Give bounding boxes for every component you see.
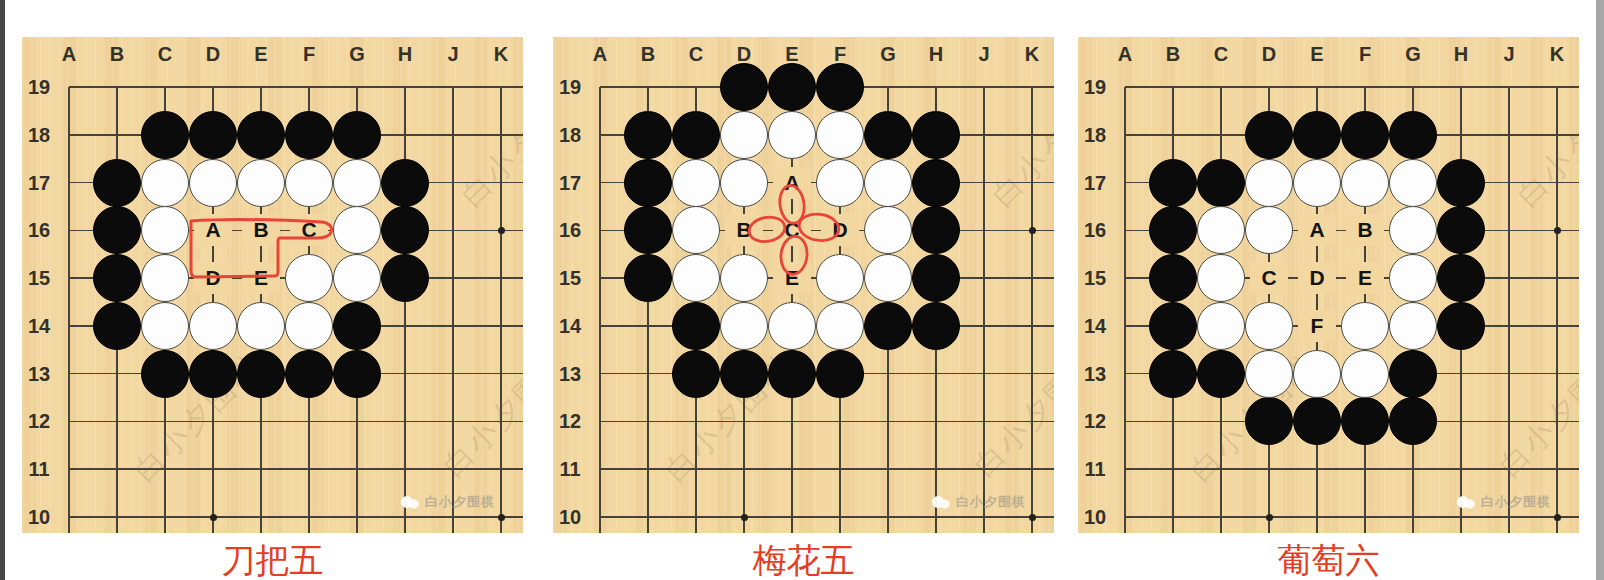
row-label: 16	[1084, 220, 1106, 240]
go-board: ABCDEFGHJK19181716151413121110白小夕围棋白小夕围棋…	[1078, 37, 1579, 533]
row-label: 12	[1084, 411, 1106, 431]
black-stone	[1437, 302, 1485, 350]
white-stone	[816, 159, 864, 207]
white-stone	[237, 159, 285, 207]
star-point	[1554, 227, 1561, 234]
row-label: 17	[559, 173, 581, 193]
brand-logo-text: 白小夕围棋	[1481, 493, 1551, 511]
black-stone	[333, 302, 381, 350]
black-stone	[1389, 111, 1437, 159]
black-stone	[624, 111, 672, 159]
row-label: 17	[28, 173, 50, 193]
row-label: 14	[28, 316, 50, 336]
black-stone	[624, 254, 672, 302]
row-label: 14	[1084, 316, 1106, 336]
black-stone	[285, 350, 333, 398]
white-stone	[189, 159, 237, 207]
column-label: E	[254, 44, 267, 64]
white-stone	[720, 111, 768, 159]
column-label: E	[1310, 44, 1323, 64]
white-stone	[237, 302, 285, 350]
grid-line-vertical	[68, 87, 70, 533]
right-edge-strip	[1596, 0, 1604, 580]
go-board-panel-knife-handle-five: ABCDEFGHJK19181716151413121110白小夕围棋白小夕围棋…	[22, 37, 523, 580]
row-label: 19	[28, 77, 50, 97]
star-point	[1029, 227, 1036, 234]
go-board-panel-plum-blossom-five: ABCDEFGHJK19181716151413121110白小夕围棋白小夕围棋…	[553, 37, 1054, 580]
black-stone	[816, 63, 864, 111]
black-stone	[720, 63, 768, 111]
row-label: 10	[559, 507, 581, 527]
column-label: B	[1166, 44, 1180, 64]
empty-point-label: E	[773, 262, 811, 294]
black-stone	[333, 350, 381, 398]
white-stone	[816, 254, 864, 302]
go-diagrams-row: ABCDEFGHJK19181716151413121110白小夕围棋白小夕围棋…	[0, 0, 1604, 580]
white-stone	[768, 111, 816, 159]
black-stone	[1293, 397, 1341, 445]
column-label: J	[1503, 44, 1514, 64]
white-stone	[1389, 302, 1437, 350]
black-stone	[720, 350, 768, 398]
watermark-text: 白小夕围棋	[965, 340, 1054, 486]
black-stone	[672, 350, 720, 398]
black-stone	[1197, 159, 1245, 207]
black-stone	[1149, 254, 1197, 302]
black-stone	[768, 350, 816, 398]
black-stone	[381, 159, 429, 207]
black-stone	[912, 302, 960, 350]
white-stone	[1245, 159, 1293, 207]
white-stone	[720, 159, 768, 207]
black-stone	[1149, 350, 1197, 398]
row-label: 16	[559, 220, 581, 240]
empty-point-label: A	[194, 214, 232, 246]
white-stone	[864, 254, 912, 302]
row-label: 13	[1084, 364, 1106, 384]
black-stone	[1293, 111, 1341, 159]
column-label: A	[593, 44, 607, 64]
black-stone	[381, 206, 429, 254]
black-stone	[624, 159, 672, 207]
white-stone	[189, 302, 237, 350]
black-stone	[1149, 206, 1197, 254]
column-label: B	[641, 44, 655, 64]
white-stone	[1341, 350, 1389, 398]
white-stone	[1389, 254, 1437, 302]
black-stone	[237, 350, 285, 398]
white-stone	[720, 302, 768, 350]
row-label: 11	[559, 459, 580, 479]
black-stone	[141, 350, 189, 398]
empty-point-label: E	[1346, 262, 1384, 294]
black-stone	[93, 159, 141, 207]
black-stone	[768, 63, 816, 111]
brand-logo-icon	[931, 494, 952, 511]
black-stone	[1245, 397, 1293, 445]
watermark-text: 白小夕围棋	[1490, 340, 1579, 486]
row-label: 15	[28, 268, 50, 288]
black-stone	[864, 111, 912, 159]
black-stone	[1437, 206, 1485, 254]
empty-point-label: B	[242, 214, 280, 246]
black-stone	[141, 111, 189, 159]
black-stone	[912, 159, 960, 207]
go-board: ABCDEFGHJK19181716151413121110白小夕围棋白小夕围棋…	[22, 37, 523, 533]
row-label: 18	[559, 125, 581, 145]
column-label: G	[1405, 44, 1421, 64]
column-label: G	[349, 44, 365, 64]
column-label: J	[447, 44, 458, 64]
white-stone	[672, 254, 720, 302]
white-stone	[816, 302, 864, 350]
star-point	[1029, 514, 1036, 521]
white-stone	[1341, 302, 1389, 350]
column-label: C	[689, 44, 703, 64]
row-label: 15	[559, 268, 581, 288]
grid-line-horizontal	[600, 516, 1054, 518]
white-stone	[285, 254, 333, 302]
row-label: 12	[28, 411, 50, 431]
left-edge-strip	[0, 0, 5, 580]
white-stone	[768, 302, 816, 350]
board-caption: 刀把五	[22, 538, 523, 580]
black-stone	[624, 206, 672, 254]
grid-line-horizontal	[1125, 86, 1579, 88]
watermark-text: 白小夕围棋	[452, 70, 523, 216]
white-stone	[333, 159, 381, 207]
empty-point-label: C	[773, 214, 811, 246]
white-stone	[864, 206, 912, 254]
white-stone	[672, 206, 720, 254]
black-stone	[237, 111, 285, 159]
brand-logo-icon	[1456, 494, 1477, 511]
white-stone	[141, 302, 189, 350]
row-label: 15	[1084, 268, 1106, 288]
column-label: H	[1454, 44, 1468, 64]
empty-point-label: C	[290, 214, 328, 246]
column-label: C	[158, 44, 172, 64]
grid-line-horizontal	[600, 421, 1054, 423]
white-stone	[1245, 206, 1293, 254]
white-stone	[333, 206, 381, 254]
column-label: K	[494, 44, 508, 64]
row-label: 17	[1084, 173, 1106, 193]
white-stone	[672, 159, 720, 207]
white-stone	[333, 254, 381, 302]
column-label: B	[110, 44, 124, 64]
black-stone	[1197, 350, 1245, 398]
column-label: J	[978, 44, 989, 64]
black-stone	[381, 254, 429, 302]
black-stone	[1245, 111, 1293, 159]
column-label: C	[1214, 44, 1228, 64]
row-label: 18	[28, 125, 50, 145]
empty-point-label: C	[1250, 262, 1288, 294]
column-label: H	[398, 44, 412, 64]
white-stone	[864, 159, 912, 207]
row-label: 14	[559, 316, 581, 336]
white-stone	[141, 254, 189, 302]
row-label: 16	[28, 220, 50, 240]
empty-point-label: B	[1346, 214, 1384, 246]
black-stone	[1149, 159, 1197, 207]
black-stone	[1341, 111, 1389, 159]
white-stone	[816, 111, 864, 159]
go-board: ABCDEFGHJK19181716151413121110白小夕围棋白小夕围棋…	[553, 37, 1054, 533]
empty-point-label: D	[1298, 262, 1336, 294]
empty-point-label: D	[821, 214, 859, 246]
star-point	[1266, 514, 1273, 521]
white-stone	[1197, 206, 1245, 254]
column-label: D	[737, 44, 751, 64]
grid-line-horizontal	[69, 421, 523, 423]
watermark-text: 白小夕围棋	[983, 70, 1054, 216]
black-stone	[1149, 302, 1197, 350]
row-label: 11	[1084, 459, 1105, 479]
black-stone	[1437, 159, 1485, 207]
black-stone	[189, 350, 237, 398]
column-label: D	[1262, 44, 1276, 64]
row-label: 13	[559, 364, 581, 384]
grid-line-horizontal	[69, 516, 523, 518]
row-label: 19	[559, 77, 581, 97]
black-stone	[864, 302, 912, 350]
column-label: E	[785, 44, 798, 64]
empty-point-label: D	[194, 262, 232, 294]
watermark-text: 白小夕围棋	[1508, 70, 1579, 216]
column-label: H	[929, 44, 943, 64]
empty-point-label: A	[1298, 214, 1336, 246]
column-label: A	[62, 44, 76, 64]
white-stone	[285, 302, 333, 350]
grid-line-vertical	[1124, 87, 1126, 533]
white-stone	[1389, 206, 1437, 254]
black-stone	[672, 111, 720, 159]
brand-logo-text: 白小夕围棋	[425, 493, 495, 511]
row-label: 19	[1084, 77, 1106, 97]
row-label: 13	[28, 364, 50, 384]
white-stone	[141, 206, 189, 254]
board-caption: 葡萄六	[1078, 538, 1579, 580]
column-label: D	[206, 44, 220, 64]
column-label: G	[880, 44, 896, 64]
white-stone	[1245, 350, 1293, 398]
white-stone	[1293, 350, 1341, 398]
black-stone	[189, 111, 237, 159]
brand-logo: 白小夕围棋	[931, 493, 1026, 511]
brand-logo-text: 白小夕围棋	[956, 493, 1026, 511]
empty-point-label: F	[1298, 310, 1336, 342]
empty-point-label: A	[773, 167, 811, 199]
empty-point-label: B	[725, 214, 763, 246]
white-stone	[1293, 159, 1341, 207]
brand-logo: 白小夕围棋	[1456, 493, 1551, 511]
black-stone	[1341, 397, 1389, 445]
row-label: 11	[28, 459, 49, 479]
white-stone	[285, 159, 333, 207]
go-board-panel-grape-six: ABCDEFGHJK19181716151413121110白小夕围棋白小夕围棋…	[1078, 37, 1579, 580]
black-stone	[1389, 350, 1437, 398]
board-caption: 梅花五	[553, 538, 1054, 580]
star-point	[741, 514, 748, 521]
star-point	[210, 514, 217, 521]
column-label: F	[834, 44, 846, 64]
black-stone	[912, 111, 960, 159]
brand-logo: 白小夕围棋	[400, 493, 495, 511]
black-stone	[93, 206, 141, 254]
watermark-text: 白小夕围棋	[434, 340, 523, 486]
grid-line-vertical	[404, 87, 406, 533]
column-label: K	[1550, 44, 1564, 64]
white-stone	[1389, 159, 1437, 207]
row-label: 12	[559, 411, 581, 431]
black-stone	[93, 302, 141, 350]
row-label: 10	[28, 507, 50, 527]
grid-line-horizontal	[69, 86, 523, 88]
black-stone	[93, 254, 141, 302]
black-stone	[285, 111, 333, 159]
black-stone	[912, 206, 960, 254]
white-stone	[1197, 254, 1245, 302]
black-stone	[912, 254, 960, 302]
black-stone	[1437, 254, 1485, 302]
star-point	[1554, 514, 1561, 521]
white-stone	[1245, 302, 1293, 350]
row-label: 18	[1084, 125, 1106, 145]
grid-line-horizontal	[1125, 516, 1579, 518]
column-label: F	[1359, 44, 1371, 64]
column-label: F	[303, 44, 315, 64]
black-stone	[1389, 397, 1437, 445]
black-stone	[333, 111, 381, 159]
white-stone	[1341, 159, 1389, 207]
brand-logo-icon	[400, 494, 421, 511]
black-stone	[816, 350, 864, 398]
row-label: 10	[1084, 507, 1106, 527]
grid-line-vertical	[599, 87, 601, 533]
white-stone	[1197, 302, 1245, 350]
empty-point-label: E	[242, 262, 280, 294]
star-point	[498, 227, 505, 234]
star-point	[498, 514, 505, 521]
white-stone	[720, 254, 768, 302]
white-stone	[141, 159, 189, 207]
black-stone	[672, 302, 720, 350]
column-label: K	[1025, 44, 1039, 64]
column-label: A	[1118, 44, 1132, 64]
